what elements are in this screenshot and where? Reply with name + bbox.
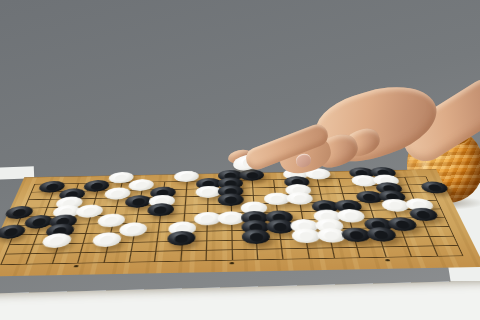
stone-white: ● (40, 233, 73, 248)
stone-white: ● (286, 192, 314, 205)
stone-white: ● (336, 209, 366, 223)
stone-black: ● (242, 229, 271, 244)
stone-black: ● (240, 169, 265, 181)
stone-black: ● (167, 231, 196, 246)
stone-white: ● (91, 232, 122, 247)
stone-white: ● (118, 222, 148, 237)
stone-black: ● (419, 181, 450, 193)
stone-black: ● (218, 193, 244, 206)
stone-black: ● (0, 224, 28, 239)
stone-black: ● (146, 203, 174, 216)
stone-black: ● (365, 227, 398, 242)
stone-white: ● (193, 211, 220, 225)
go-photo-scene: ●●●●●●●●●●●●●●●●●●●●●●●●●●●●●●●●●●●●●●●●… (0, 0, 480, 320)
